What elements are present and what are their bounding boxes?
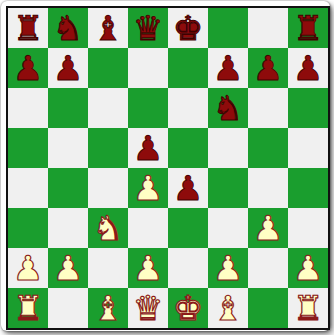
white-pawn-piece[interactable]: ♟ <box>133 248 163 288</box>
black-king-piece[interactable]: ♚ <box>173 8 203 48</box>
white-rook-piece[interactable]: ♜ <box>13 288 43 328</box>
white-pawn-piece[interactable]: ♟ <box>53 248 83 288</box>
white-pawn-piece[interactable]: ♟ <box>213 248 243 288</box>
black-pawn-piece[interactable]: ♟ <box>213 48 243 88</box>
board-screenshot-frame: ♜♞♝♛♚♜♟♟♟♟♟♞♟♟♟♞♟♟♟♟♟♟♜♝♛♚♝♜ <box>1 1 330 331</box>
black-pawn-piece[interactable]: ♟ <box>13 48 43 88</box>
square-g4[interactable] <box>248 168 288 208</box>
square-g5[interactable] <box>248 128 288 168</box>
white-king-piece[interactable]: ♚ <box>173 288 203 328</box>
square-a3[interactable] <box>8 208 48 248</box>
square-d6[interactable] <box>128 88 168 128</box>
square-c7[interactable] <box>88 48 128 88</box>
square-a2[interactable]: ♟ <box>8 248 48 288</box>
square-b5[interactable] <box>48 128 88 168</box>
square-e7[interactable] <box>168 48 208 88</box>
square-e4[interactable]: ♟ <box>168 168 208 208</box>
square-h8[interactable]: ♜ <box>288 8 328 48</box>
square-d7[interactable] <box>128 48 168 88</box>
square-g3[interactable]: ♟ <box>248 208 288 248</box>
square-g2[interactable] <box>248 248 288 288</box>
square-d5[interactable]: ♟ <box>128 128 168 168</box>
square-b4[interactable] <box>48 168 88 208</box>
square-d4[interactable]: ♟ <box>128 168 168 208</box>
white-rook-piece[interactable]: ♜ <box>293 288 323 328</box>
square-d1[interactable]: ♛ <box>128 288 168 328</box>
square-h5[interactable] <box>288 128 328 168</box>
black-pawn-piece[interactable]: ♟ <box>253 48 283 88</box>
square-b2[interactable]: ♟ <box>48 248 88 288</box>
white-pawn-piece[interactable]: ♟ <box>253 208 283 248</box>
square-d8[interactable]: ♛ <box>128 8 168 48</box>
white-bishop-piece[interactable]: ♝ <box>93 288 123 328</box>
black-knight-piece[interactable]: ♞ <box>53 8 83 48</box>
black-pawn-piece[interactable]: ♟ <box>133 128 163 168</box>
black-knight-piece[interactable]: ♞ <box>213 88 243 128</box>
square-a7[interactable]: ♟ <box>8 48 48 88</box>
square-b7[interactable]: ♟ <box>48 48 88 88</box>
square-c2[interactable] <box>88 248 128 288</box>
square-b8[interactable]: ♞ <box>48 8 88 48</box>
square-a6[interactable] <box>8 88 48 128</box>
square-f4[interactable] <box>208 168 248 208</box>
square-e3[interactable] <box>168 208 208 248</box>
black-pawn-piece[interactable]: ♟ <box>173 168 203 208</box>
white-pawn-piece[interactable]: ♟ <box>133 168 163 208</box>
square-c8[interactable]: ♝ <box>88 8 128 48</box>
square-a1[interactable]: ♜ <box>8 288 48 328</box>
square-c5[interactable] <box>88 128 128 168</box>
square-c6[interactable] <box>88 88 128 128</box>
square-b6[interactable] <box>48 88 88 128</box>
square-g6[interactable] <box>248 88 288 128</box>
white-pawn-piece[interactable]: ♟ <box>13 248 43 288</box>
white-bishop-piece[interactable]: ♝ <box>213 288 243 328</box>
black-queen-piece[interactable]: ♛ <box>133 8 163 48</box>
square-h7[interactable]: ♟ <box>288 48 328 88</box>
square-c4[interactable] <box>88 168 128 208</box>
square-f5[interactable] <box>208 128 248 168</box>
black-pawn-piece[interactable]: ♟ <box>53 48 83 88</box>
square-h4[interactable] <box>288 168 328 208</box>
square-a4[interactable] <box>8 168 48 208</box>
square-f6[interactable]: ♞ <box>208 88 248 128</box>
square-e6[interactable] <box>168 88 208 128</box>
square-f7[interactable]: ♟ <box>208 48 248 88</box>
square-b1[interactable] <box>48 288 88 328</box>
black-rook-piece[interactable]: ♜ <box>293 8 323 48</box>
white-queen-piece[interactable]: ♛ <box>133 288 163 328</box>
white-knight-piece[interactable]: ♞ <box>93 208 123 248</box>
square-e1[interactable]: ♚ <box>168 288 208 328</box>
square-d2[interactable]: ♟ <box>128 248 168 288</box>
black-rook-piece[interactable]: ♜ <box>13 8 43 48</box>
square-c1[interactable]: ♝ <box>88 288 128 328</box>
chessboard: ♜♞♝♛♚♜♟♟♟♟♟♞♟♟♟♞♟♟♟♟♟♟♜♝♛♚♝♜ <box>6 6 330 330</box>
square-b3[interactable] <box>48 208 88 248</box>
white-pawn-piece[interactable]: ♟ <box>293 248 323 288</box>
square-g8[interactable] <box>248 8 288 48</box>
black-bishop-piece[interactable]: ♝ <box>93 8 123 48</box>
square-f3[interactable] <box>208 208 248 248</box>
black-pawn-piece[interactable]: ♟ <box>293 48 323 88</box>
square-h1[interactable]: ♜ <box>288 288 328 328</box>
square-f8[interactable] <box>208 8 248 48</box>
square-g7[interactable]: ♟ <box>248 48 288 88</box>
square-d3[interactable] <box>128 208 168 248</box>
square-h6[interactable] <box>288 88 328 128</box>
square-f2[interactable]: ♟ <box>208 248 248 288</box>
square-a8[interactable]: ♜ <box>8 8 48 48</box>
square-h3[interactable] <box>288 208 328 248</box>
square-e5[interactable] <box>168 128 208 168</box>
square-a5[interactable] <box>8 128 48 168</box>
square-g1[interactable] <box>248 288 288 328</box>
square-e8[interactable]: ♚ <box>168 8 208 48</box>
square-e2[interactable] <box>168 248 208 288</box>
square-h2[interactable]: ♟ <box>288 248 328 288</box>
square-f1[interactable]: ♝ <box>208 288 248 328</box>
square-c3[interactable]: ♞ <box>88 208 128 248</box>
